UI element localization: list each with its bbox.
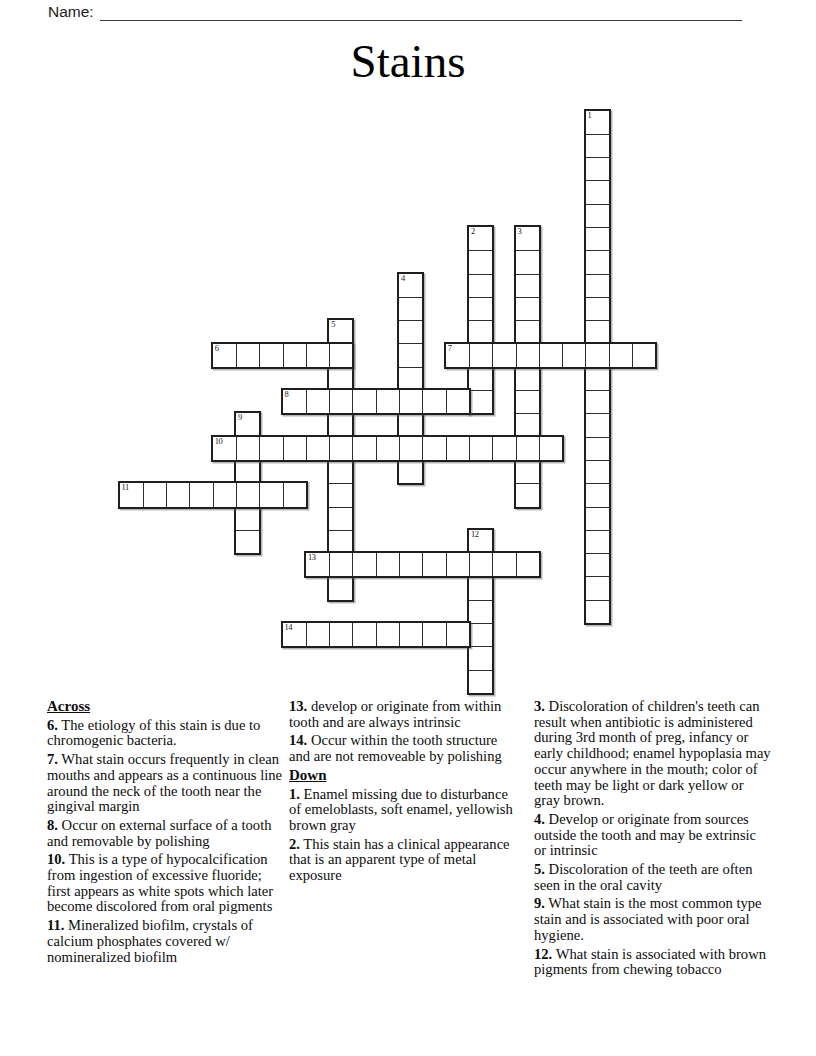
cell-r11-c20[interactable] bbox=[586, 367, 609, 390]
cell-r17-c9[interactable] bbox=[329, 507, 352, 530]
cell-r13-c12[interactable] bbox=[399, 413, 422, 436]
cell-r13-c9[interactable] bbox=[329, 413, 352, 436]
clue-number-7: 7 bbox=[448, 344, 452, 353]
clue-number-1: 1 bbox=[588, 111, 592, 120]
cell-r10-c9[interactable] bbox=[329, 344, 352, 367]
word-13-across: 13 bbox=[304, 551, 541, 578]
cell-r17-c5[interactable] bbox=[236, 507, 259, 530]
clue-13-across: 13. develop or originate from within too… bbox=[289, 699, 517, 730]
cell-r14-c17[interactable] bbox=[516, 437, 539, 460]
clue-8-across: 8. Occur on external surface of a tooth … bbox=[47, 818, 285, 849]
cell-r20-c20[interactable] bbox=[586, 576, 609, 599]
cell-r7-c20[interactable] bbox=[586, 274, 609, 297]
cell-r23-c15[interactable] bbox=[469, 646, 492, 669]
cell-r16-c1[interactable] bbox=[143, 483, 166, 506]
cell-r19-c16[interactable] bbox=[492, 553, 515, 576]
cell-r19-c15[interactable] bbox=[469, 553, 492, 576]
clue-14-across: 14. Occur within the tooth structure and… bbox=[289, 733, 517, 764]
clue-9-down: 9. What stain is the most common type st… bbox=[534, 896, 771, 943]
cell-r22-c8[interactable] bbox=[306, 623, 329, 646]
cell-r5-c20[interactable] bbox=[586, 227, 609, 250]
cell-r22-c11[interactable] bbox=[376, 623, 399, 646]
word-10-across: 10 bbox=[211, 435, 564, 462]
cell-r12-c9[interactable] bbox=[329, 390, 352, 413]
cell-r8-c17[interactable] bbox=[516, 297, 539, 320]
cell-r14-c14[interactable] bbox=[446, 437, 469, 460]
cell-r12-c12[interactable] bbox=[399, 390, 422, 413]
cell-r19-c12[interactable] bbox=[399, 553, 422, 576]
cell-r8-c12[interactable] bbox=[399, 297, 422, 320]
word-11-across: 11 bbox=[118, 481, 308, 508]
cell-r14-c7[interactable] bbox=[283, 437, 306, 460]
word-2-down: 2 bbox=[467, 225, 494, 415]
cell-r14-c16[interactable] bbox=[492, 437, 515, 460]
clue-number-8: 8 bbox=[285, 390, 289, 399]
cell-r2-c20[interactable] bbox=[586, 157, 609, 180]
cell-r22-c14[interactable] bbox=[446, 623, 469, 646]
down-header: Down bbox=[289, 768, 517, 784]
clue-number-5: 5 bbox=[331, 320, 335, 329]
cell-r16-c4[interactable] bbox=[213, 483, 236, 506]
clue-number-4: 4 bbox=[401, 274, 405, 283]
cell-r12-c11[interactable] bbox=[376, 390, 399, 413]
cell-r14-c9[interactable] bbox=[329, 437, 352, 460]
cell-r22-c15[interactable] bbox=[469, 623, 492, 646]
cell-r10-c16[interactable] bbox=[492, 344, 515, 367]
cell-r16-c9[interactable] bbox=[329, 483, 352, 506]
cell-r16-c17[interactable] bbox=[516, 483, 539, 506]
clue-number-14: 14 bbox=[285, 623, 293, 632]
cell-r19-c9[interactable] bbox=[329, 553, 352, 576]
cell-r14-c13[interactable] bbox=[422, 437, 445, 460]
cell-r10-c18[interactable] bbox=[539, 344, 562, 367]
cell-r22-c13[interactable] bbox=[422, 623, 445, 646]
word-7-across: 7 bbox=[444, 342, 658, 369]
clue-12-down: 12. What stain is associated with brown … bbox=[534, 947, 771, 978]
cell-r16-c6[interactable] bbox=[259, 483, 282, 506]
clue-number-12: 12 bbox=[471, 530, 479, 539]
cell-r12-c20[interactable] bbox=[586, 390, 609, 413]
cell-r13-c17[interactable] bbox=[516, 413, 539, 436]
cell-r3-c20[interactable] bbox=[586, 180, 609, 203]
cell-r10-c20[interactable] bbox=[585, 344, 608, 367]
cell-r18-c9[interactable] bbox=[329, 530, 352, 553]
cell-r10-c21[interactable] bbox=[609, 344, 632, 367]
cell-r6-c17[interactable] bbox=[516, 250, 539, 273]
cell-r14-c18[interactable] bbox=[539, 437, 562, 460]
cell-r19-c11[interactable] bbox=[376, 553, 399, 576]
cell-r10-c15[interactable] bbox=[469, 344, 492, 367]
clue-number-6: 6 bbox=[215, 344, 219, 353]
across-header: Across bbox=[47, 699, 285, 715]
cell-r13-c20[interactable] bbox=[586, 413, 609, 436]
cell-r18-c20[interactable] bbox=[586, 530, 609, 553]
cell-r22-c10[interactable] bbox=[352, 623, 375, 646]
cell-r10-c19[interactable] bbox=[562, 344, 585, 367]
clue-7-across: 7. What stain occurs frequently in clean… bbox=[47, 752, 285, 815]
cell-r12-c8[interactable] bbox=[306, 390, 329, 413]
cell-r22-c9[interactable] bbox=[329, 623, 352, 646]
clues-column-2: 13. develop or originate from within too… bbox=[289, 699, 517, 887]
cell-r14-c8[interactable] bbox=[306, 437, 329, 460]
cell-r22-c12[interactable] bbox=[399, 623, 422, 646]
cell-r20-c9[interactable] bbox=[329, 576, 352, 599]
cell-r10-c7[interactable] bbox=[283, 344, 306, 367]
clue-3-down: 3. Discoloration of children's teeth can… bbox=[534, 699, 771, 809]
cell-r18-c5[interactable] bbox=[236, 530, 259, 553]
cell-r1-c20[interactable] bbox=[586, 134, 609, 157]
clue-4-down: 4. Develop or originate from sources out… bbox=[534, 812, 771, 859]
clue-2-down: 2. This stain has a clinical appearance … bbox=[289, 837, 517, 884]
cell-r10-c22[interactable] bbox=[632, 344, 655, 367]
cell-r9-c12[interactable] bbox=[399, 320, 422, 343]
cell-r16-c2[interactable] bbox=[166, 483, 189, 506]
cell-r4-c20[interactable] bbox=[586, 204, 609, 227]
name-row: Name: bbox=[48, 3, 742, 21]
name-blank-line[interactable] bbox=[100, 3, 742, 21]
cell-r10-c5[interactable] bbox=[236, 344, 259, 367]
cell-r9-c20[interactable] bbox=[586, 320, 609, 343]
cell-r9-c15[interactable] bbox=[469, 320, 492, 343]
cell-r16-c7[interactable] bbox=[283, 483, 306, 506]
cell-r14-c15[interactable] bbox=[469, 437, 492, 460]
cell-r10-c8[interactable] bbox=[306, 344, 329, 367]
cell-r10-c6[interactable] bbox=[259, 344, 282, 367]
word-14-across: 14 bbox=[281, 621, 471, 648]
cell-r10-c17[interactable] bbox=[516, 344, 539, 367]
cell-r15-c20[interactable] bbox=[586, 460, 609, 483]
cell-r12-c15[interactable] bbox=[469, 390, 492, 413]
cell-r6-c20[interactable] bbox=[586, 250, 609, 273]
cell-r14-c6[interactable] bbox=[259, 437, 282, 460]
cell-r14-c12[interactable] bbox=[399, 437, 422, 460]
cell-r14-c10[interactable] bbox=[352, 437, 375, 460]
cell-r11-c15[interactable] bbox=[469, 367, 492, 390]
cell-r21-c15[interactable] bbox=[469, 600, 492, 623]
cell-r21-c20[interactable] bbox=[586, 600, 609, 623]
cell-r19-c14[interactable] bbox=[446, 553, 469, 576]
clue-number-9: 9 bbox=[238, 413, 242, 422]
cell-r19-c17[interactable] bbox=[516, 553, 539, 576]
cell-r10-c12[interactable] bbox=[399, 343, 422, 366]
cell-r8-c15[interactable] bbox=[469, 297, 492, 320]
puzzle-title: Stains bbox=[0, 34, 816, 88]
cell-r7-c15[interactable] bbox=[469, 274, 492, 297]
clues-column-1: Across6. The etiology of this stain is d… bbox=[47, 699, 285, 968]
cell-r24-c15[interactable] bbox=[469, 670, 492, 693]
clues-column-3: 3. Discoloration of children's teeth can… bbox=[534, 699, 771, 981]
clue-number-11: 11 bbox=[122, 483, 129, 492]
clue-number-2: 2 bbox=[471, 227, 475, 236]
cell-r12-c10[interactable] bbox=[352, 390, 375, 413]
cell-r19-c20[interactable] bbox=[586, 553, 609, 576]
cell-r19-c10[interactable] bbox=[352, 553, 375, 576]
cell-r15-c17[interactable] bbox=[516, 460, 539, 483]
cell-r12-c17[interactable] bbox=[516, 390, 539, 413]
name-label: Name: bbox=[48, 3, 94, 21]
clue-6-across: 6. The etiology of this stain is due to … bbox=[47, 718, 285, 749]
cell-r16-c20[interactable] bbox=[586, 483, 609, 506]
cell-r15-c12[interactable] bbox=[399, 460, 422, 483]
cell-r12-c13[interactable] bbox=[422, 390, 445, 413]
cell-r14-c20[interactable] bbox=[586, 437, 609, 460]
cell-r15-c9[interactable] bbox=[329, 460, 352, 483]
clue-11-across: 11. Mineralized biofilm, crystals of cal… bbox=[47, 918, 285, 965]
cell-r20-c15[interactable] bbox=[469, 576, 492, 599]
cell-r11-c9[interactable] bbox=[329, 367, 352, 390]
word-6-across: 6 bbox=[211, 342, 355, 369]
cell-r16-c5[interactable] bbox=[236, 483, 259, 506]
cell-r15-c5[interactable] bbox=[236, 460, 259, 483]
cell-r17-c20[interactable] bbox=[586, 507, 609, 530]
clue-number-3: 3 bbox=[518, 227, 522, 236]
cell-r7-c17[interactable] bbox=[516, 274, 539, 297]
cell-r11-c12[interactable] bbox=[399, 367, 422, 390]
cell-r19-c13[interactable] bbox=[422, 553, 445, 576]
cell-r14-c5[interactable] bbox=[236, 437, 259, 460]
cell-r6-c15[interactable] bbox=[469, 250, 492, 273]
word-8-across: 8 bbox=[281, 388, 471, 415]
cell-r8-c20[interactable] bbox=[586, 297, 609, 320]
cell-r16-c3[interactable] bbox=[189, 483, 212, 506]
cell-r12-c14[interactable] bbox=[446, 390, 469, 413]
cell-r14-c11[interactable] bbox=[376, 437, 399, 460]
clue-1-down: 1. Enamel missing due to disturbance of … bbox=[289, 787, 517, 834]
cell-r9-c17[interactable] bbox=[516, 320, 539, 343]
clue-number-13: 13 bbox=[308, 553, 316, 562]
crossword-board: 1234567891011121314 bbox=[119, 110, 655, 693]
clue-number-10: 10 bbox=[215, 437, 223, 446]
clue-5-down: 5. Discoloration of the teeth are often … bbox=[534, 862, 771, 893]
cell-r11-c17[interactable] bbox=[516, 367, 539, 390]
clue-10-across: 10. This is a type of hypocalcification … bbox=[47, 852, 285, 915]
